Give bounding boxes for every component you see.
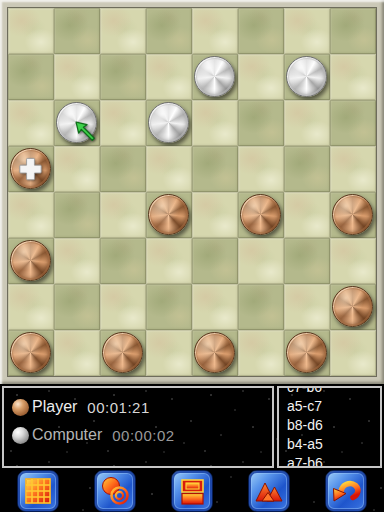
copper-man-h2[interactable] bbox=[332, 286, 373, 327]
square-b3[interactable] bbox=[54, 238, 100, 284]
square-d7[interactable] bbox=[146, 54, 192, 100]
checkers-board[interactable] bbox=[8, 8, 376, 376]
silver-man-d6[interactable] bbox=[148, 102, 189, 143]
copper-man-a3[interactable] bbox=[10, 240, 51, 281]
bottom-panel: Player 00:01:21 Computer 00:00:02 c7-b6a… bbox=[0, 384, 384, 512]
square-h2[interactable] bbox=[330, 284, 376, 330]
players-box: Player 00:01:21 Computer 00:00:02 bbox=[2, 386, 274, 468]
square-b6[interactable] bbox=[54, 100, 100, 146]
silver-man-e7[interactable] bbox=[194, 56, 235, 97]
square-b1[interactable] bbox=[54, 330, 100, 376]
square-g1[interactable] bbox=[284, 330, 330, 376]
square-f5[interactable] bbox=[238, 146, 284, 192]
square-h1[interactable] bbox=[330, 330, 376, 376]
square-f4[interactable] bbox=[238, 192, 284, 238]
square-c2[interactable] bbox=[100, 284, 146, 330]
square-b4[interactable] bbox=[54, 192, 100, 238]
computer-name: Computer bbox=[32, 426, 102, 444]
undo-arrow-icon bbox=[330, 475, 362, 507]
square-e3[interactable] bbox=[192, 238, 238, 284]
square-c1[interactable] bbox=[100, 330, 146, 376]
square-d2[interactable] bbox=[146, 284, 192, 330]
square-h6[interactable] bbox=[330, 100, 376, 146]
level-button[interactable] bbox=[248, 470, 290, 512]
square-b2[interactable] bbox=[54, 284, 100, 330]
move-list[interactable]: c7-b6a5-c7b8-d6b4-a5a7-b6 bbox=[277, 386, 382, 468]
checkers-app: Player 00:01:21 Computer 00:00:02 c7-b6a… bbox=[0, 0, 384, 512]
copper-man-g1[interactable] bbox=[286, 332, 327, 373]
square-a6[interactable] bbox=[8, 100, 54, 146]
square-d8[interactable] bbox=[146, 8, 192, 54]
move-entry: a5-c7 bbox=[287, 397, 380, 416]
silver-man-g7[interactable] bbox=[286, 56, 327, 97]
player-name: Player bbox=[32, 398, 77, 416]
new-game-button[interactable] bbox=[17, 470, 59, 512]
board-frame bbox=[0, 0, 384, 384]
square-e1[interactable] bbox=[192, 330, 238, 376]
square-a4[interactable] bbox=[8, 192, 54, 238]
square-e6[interactable] bbox=[192, 100, 238, 146]
square-c6[interactable] bbox=[100, 100, 146, 146]
undo-button[interactable] bbox=[325, 470, 367, 512]
square-c3[interactable] bbox=[100, 238, 146, 284]
pieces-button[interactable] bbox=[94, 470, 136, 512]
move-entry: b4-a5 bbox=[287, 435, 380, 454]
silver-piece-icon bbox=[12, 427, 29, 444]
window-icon bbox=[176, 475, 208, 507]
square-a1[interactable] bbox=[8, 330, 54, 376]
square-f8[interactable] bbox=[238, 8, 284, 54]
king-cross-icon bbox=[17, 155, 44, 182]
copper-man-h4[interactable] bbox=[332, 194, 373, 235]
square-b7[interactable] bbox=[54, 54, 100, 100]
square-d3[interactable] bbox=[146, 238, 192, 284]
square-d1[interactable] bbox=[146, 330, 192, 376]
square-d6[interactable] bbox=[146, 100, 192, 146]
square-c4[interactable] bbox=[100, 192, 146, 238]
square-b5[interactable] bbox=[54, 146, 100, 192]
player-row-computer: Computer 00:00:02 bbox=[12, 423, 266, 447]
board-style-button[interactable] bbox=[171, 470, 213, 512]
square-g3[interactable] bbox=[284, 238, 330, 284]
square-e5[interactable] bbox=[192, 146, 238, 192]
copper-man-e1[interactable] bbox=[194, 332, 235, 373]
square-g5[interactable] bbox=[284, 146, 330, 192]
square-f3[interactable] bbox=[238, 238, 284, 284]
square-h5[interactable] bbox=[330, 146, 376, 192]
move-entry: a7-b6 bbox=[287, 454, 380, 468]
copper-man-a5[interactable] bbox=[10, 148, 51, 189]
square-e4[interactable] bbox=[192, 192, 238, 238]
square-g6[interactable] bbox=[284, 100, 330, 146]
square-c8[interactable] bbox=[100, 8, 146, 54]
square-h4[interactable] bbox=[330, 192, 376, 238]
move-list-entries: c7-b6a5-c7b8-d6b4-a5a7-b6 bbox=[287, 386, 380, 468]
square-b8[interactable] bbox=[54, 8, 100, 54]
square-g8[interactable] bbox=[284, 8, 330, 54]
square-a8[interactable] bbox=[8, 8, 54, 54]
player-row-player: Player 00:01:21 bbox=[12, 395, 266, 419]
square-e8[interactable] bbox=[192, 8, 238, 54]
square-e2[interactable] bbox=[192, 284, 238, 330]
silver-man-b6[interactable] bbox=[56, 102, 97, 143]
computer-clock: 00:00:02 bbox=[112, 427, 174, 444]
copper-man-c1[interactable] bbox=[102, 332, 143, 373]
toolbar bbox=[0, 470, 384, 512]
square-g2[interactable] bbox=[284, 284, 330, 330]
copper-man-a1[interactable] bbox=[10, 332, 51, 373]
square-a2[interactable] bbox=[8, 284, 54, 330]
square-e7[interactable] bbox=[192, 54, 238, 100]
copper-man-d4[interactable] bbox=[148, 194, 189, 235]
square-f7[interactable] bbox=[238, 54, 284, 100]
square-a5[interactable] bbox=[8, 146, 54, 192]
square-h8[interactable] bbox=[330, 8, 376, 54]
mountains-icon bbox=[253, 475, 285, 507]
copper-man-f4[interactable] bbox=[240, 194, 281, 235]
move-entry: b8-d6 bbox=[287, 416, 380, 435]
square-a3[interactable] bbox=[8, 238, 54, 284]
copper-piece-icon bbox=[12, 399, 29, 416]
player-clock: 00:01:21 bbox=[87, 399, 149, 416]
last-move-arrow-icon bbox=[74, 120, 99, 145]
square-g7[interactable] bbox=[284, 54, 330, 100]
square-c7[interactable] bbox=[100, 54, 146, 100]
two-pieces-icon bbox=[99, 475, 131, 507]
square-d5[interactable] bbox=[146, 146, 192, 192]
square-f6[interactable] bbox=[238, 100, 284, 146]
square-f1[interactable] bbox=[238, 330, 284, 376]
square-d4[interactable] bbox=[146, 192, 192, 238]
grid-icon bbox=[22, 475, 54, 507]
square-g4[interactable] bbox=[284, 192, 330, 238]
move-entry: c7-b6 bbox=[287, 386, 380, 397]
square-h7[interactable] bbox=[330, 54, 376, 100]
square-f2[interactable] bbox=[238, 284, 284, 330]
square-h3[interactable] bbox=[330, 238, 376, 284]
square-a7[interactable] bbox=[8, 54, 54, 100]
square-c5[interactable] bbox=[100, 146, 146, 192]
